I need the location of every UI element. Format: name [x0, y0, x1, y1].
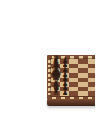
board-square	[69, 91, 78, 96]
board-square	[78, 91, 87, 96]
board-square: ♟	[60, 91, 69, 96]
board-frame: ♜♟♟♜♞♟♟♞♝♟♟♝♛♟♟♛♚♟♟♚♝♟♟♝♞♟♟♞♜♟♟♜	[47, 55, 95, 100]
coordinate-tiles-bottom	[52, 97, 95, 100]
chess-set-product-photo: ♜♟♟♜♞♟♟♞♝♟♟♝♛♟♟♛♚♟♟♚♝♟♟♝♞♟♟♞♜♟♟♜	[40, 16, 55, 110]
board-front-edge	[47, 100, 95, 106]
board-square	[88, 91, 96, 96]
board-square: ♜	[51, 91, 60, 96]
chess-board: ♜♟♟♜♞♟♟♞♝♟♟♝♛♟♟♛♚♟♟♚♝♟♟♝♞♟♟♞♜♟♟♜	[47, 55, 95, 106]
board-grid: ♜♟♟♜♞♟♟♞♝♟♟♝♛♟♟♛♚♟♟♚♝♟♟♝♞♟♟♞♜♟♟♜	[51, 59, 95, 96]
